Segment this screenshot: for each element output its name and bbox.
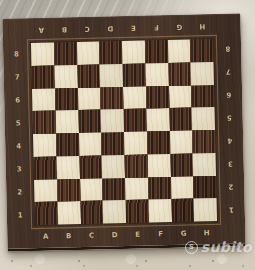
square-c1: [80, 201, 103, 224]
square-d4: [101, 132, 124, 155]
square-f1: [148, 199, 171, 222]
square-h4: [192, 130, 215, 153]
rank-labels-left: 87654321: [3, 42, 34, 227]
square-h5: [192, 107, 215, 130]
file-label-bottom-c: C: [80, 224, 103, 247]
square-h3: [193, 153, 216, 176]
square-a7: [31, 65, 54, 88]
square-d8: [99, 41, 122, 64]
square-a4: [33, 134, 56, 157]
rank-label-left-5: 5: [4, 111, 32, 135]
square-g8: [167, 39, 190, 62]
square-g4: [169, 130, 192, 153]
square-h2: [193, 175, 216, 198]
square-f8: [145, 40, 168, 63]
square-b5: [55, 110, 78, 133]
file-label-top-g: G: [167, 14, 191, 39]
rank-labels-right: 87654321: [214, 37, 245, 222]
board-squares: [30, 38, 218, 226]
file-label-top-d: D: [98, 16, 122, 41]
square-g5: [169, 108, 192, 131]
square-f2: [148, 176, 171, 199]
square-h7: [191, 62, 214, 85]
file-label-bottom-b: B: [57, 225, 80, 248]
square-c6: [77, 87, 100, 110]
rank-label-right-8: 8: [214, 37, 242, 61]
square-e6: [123, 86, 146, 109]
file-label-top-h: H: [190, 14, 214, 39]
square-e1: [126, 200, 149, 223]
square-c3: [79, 155, 102, 178]
square-h6: [191, 84, 214, 107]
photo-background: ABCDEFGH ABCDEFGH 87654321 87654321 s su…: [0, 0, 255, 270]
square-d5: [101, 109, 124, 132]
file-label-top-b: B: [52, 17, 76, 42]
rank-label-left-6: 6: [4, 88, 32, 112]
square-e2: [125, 177, 148, 200]
square-b8: [54, 42, 77, 65]
square-g7: [168, 62, 191, 85]
rank-label-left-1: 1: [7, 203, 35, 227]
square-b6: [55, 88, 78, 111]
square-d1: [103, 200, 126, 223]
square-d6: [100, 87, 123, 110]
square-c4: [79, 133, 102, 156]
square-g3: [170, 153, 193, 176]
square-c2: [80, 178, 103, 201]
square-c8: [76, 42, 99, 65]
square-f6: [146, 85, 169, 108]
square-a3: [34, 156, 57, 179]
square-e3: [125, 154, 148, 177]
square-e8: [122, 41, 145, 64]
subito-logo-icon: s: [185, 241, 198, 254]
square-c7: [77, 64, 100, 87]
watermark-text: subito: [201, 239, 252, 255]
square-d2: [102, 177, 125, 200]
square-a1: [35, 202, 58, 225]
file-label-top-a: A: [29, 18, 53, 43]
rank-label-right-1: 1: [218, 198, 246, 222]
square-g6: [168, 85, 191, 108]
square-g1: [171, 199, 194, 222]
square-f7: [145, 63, 168, 86]
file-label-top-c: C: [75, 17, 99, 42]
square-a2: [34, 179, 57, 202]
square-a5: [32, 111, 55, 134]
subito-watermark: s subito: [185, 239, 252, 255]
chess-board: ABCDEFGH ABCDEFGH 87654321 87654321: [2, 13, 245, 251]
rank-label-left-8: 8: [3, 42, 31, 66]
square-c5: [78, 110, 101, 133]
square-b1: [57, 201, 80, 224]
square-g2: [171, 176, 194, 199]
rank-label-left-3: 3: [6, 157, 34, 181]
square-d7: [100, 64, 123, 87]
square-f4: [147, 131, 170, 154]
rank-label-right-7: 7: [214, 60, 242, 84]
file-label-bottom-f: F: [149, 223, 172, 246]
rank-label-left-4: 4: [5, 134, 33, 158]
rank-label-right-5: 5: [215, 106, 243, 130]
square-f5: [146, 108, 169, 131]
square-e7: [122, 63, 145, 86]
square-a8: [31, 43, 54, 66]
square-a6: [32, 88, 55, 111]
file-label-top-e: E: [121, 16, 145, 41]
square-e5: [123, 109, 146, 132]
rank-label-right-6: 6: [215, 83, 243, 107]
square-b3: [56, 156, 79, 179]
rank-label-right-3: 3: [216, 152, 244, 176]
square-f3: [147, 154, 170, 177]
square-h1: [194, 198, 217, 221]
rank-label-left-2: 2: [6, 180, 34, 204]
square-d3: [102, 155, 125, 178]
file-label-bottom-a: A: [34, 226, 57, 249]
square-b2: [57, 179, 80, 202]
rank-label-right-2: 2: [217, 175, 245, 199]
square-h8: [190, 39, 213, 62]
file-label-bottom-e: E: [126, 223, 149, 246]
square-e4: [124, 131, 147, 154]
square-b7: [54, 65, 77, 88]
file-label-top-f: F: [144, 15, 168, 40]
file-label-bottom-d: D: [103, 224, 126, 247]
rank-label-left-7: 7: [3, 65, 31, 89]
rank-label-right-4: 4: [216, 129, 244, 153]
square-b4: [56, 133, 79, 156]
